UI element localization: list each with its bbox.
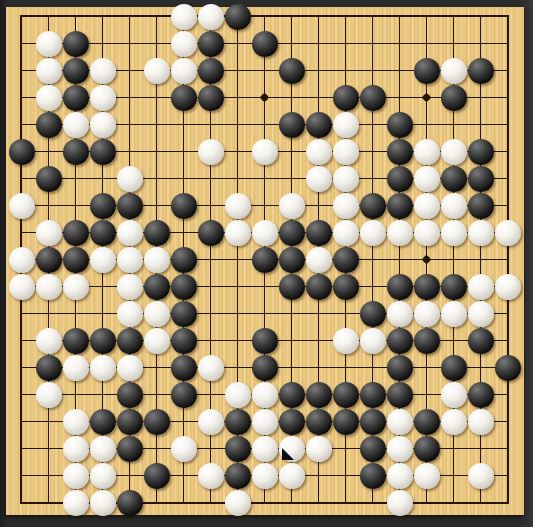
board-intersection-18-11[interactable]: [467, 273, 494, 300]
white-stone[interactable]: [198, 409, 224, 435]
black-stone[interactable]: [387, 274, 413, 300]
board-intersection-4-3[interactable]: [89, 57, 116, 84]
black-stone[interactable]: [171, 301, 197, 327]
white-stone[interactable]: [252, 220, 278, 246]
black-stone[interactable]: [36, 247, 62, 273]
board-intersection-2-12[interactable]: [35, 300, 62, 327]
board-intersection-2-18[interactable]: [35, 462, 62, 489]
board-intersection-3-2[interactable]: [62, 30, 89, 57]
white-stone[interactable]: [225, 220, 251, 246]
board-intersection-16-18[interactable]: [413, 462, 440, 489]
white-stone[interactable]: [468, 409, 494, 435]
board-intersection-16-11[interactable]: [413, 273, 440, 300]
board-intersection-1-10[interactable]: [8, 246, 35, 273]
black-stone[interactable]: [468, 166, 494, 192]
board-intersection-10-14[interactable]: [251, 354, 278, 381]
board-intersection-5-10[interactable]: [116, 246, 143, 273]
white-stone[interactable]: [36, 274, 62, 300]
board-intersection-14-6[interactable]: [359, 138, 386, 165]
black-stone[interactable]: [117, 436, 143, 462]
white-stone[interactable]: [333, 112, 359, 138]
black-stone[interactable]: [63, 139, 89, 165]
board-intersection-1-5[interactable]: [8, 111, 35, 138]
board-intersection-6-13[interactable]: [143, 327, 170, 354]
white-stone[interactable]: [36, 58, 62, 84]
board-intersection-18-4[interactable]: [467, 84, 494, 111]
board-intersection-11-16[interactable]: [278, 408, 305, 435]
white-stone[interactable]: [333, 220, 359, 246]
black-stone[interactable]: [414, 409, 440, 435]
white-stone[interactable]: [333, 328, 359, 354]
white-stone[interactable]: [360, 220, 386, 246]
board-intersection-14-18[interactable]: [359, 462, 386, 489]
white-stone[interactable]: [225, 193, 251, 219]
black-stone[interactable]: [198, 85, 224, 111]
board-intersection-5-11[interactable]: [116, 273, 143, 300]
white-stone[interactable]: [198, 463, 224, 489]
white-stone[interactable]: [171, 436, 197, 462]
board-intersection-10-1[interactable]: [251, 3, 278, 30]
board-intersection-10-6[interactable]: [251, 138, 278, 165]
board-intersection-3-3[interactable]: [62, 57, 89, 84]
board-intersection-7-11[interactable]: [170, 273, 197, 300]
black-stone[interactable]: [63, 31, 89, 57]
board-intersection-13-13[interactable]: [332, 327, 359, 354]
board-intersection-1-7[interactable]: [8, 165, 35, 192]
white-stone[interactable]: [90, 58, 116, 84]
board-intersection-6-14[interactable]: [143, 354, 170, 381]
black-stone[interactable]: [90, 139, 116, 165]
black-stone[interactable]: [441, 355, 467, 381]
board-intersection-5-18[interactable]: [116, 462, 143, 489]
white-stone[interactable]: [468, 301, 494, 327]
board-intersection-11-8[interactable]: [278, 192, 305, 219]
board-intersection-5-2[interactable]: [116, 30, 143, 57]
black-stone[interactable]: [441, 85, 467, 111]
board-intersection-5-17[interactable]: [116, 435, 143, 462]
board-intersection-16-17[interactable]: [413, 435, 440, 462]
black-stone[interactable]: [387, 112, 413, 138]
board-intersection-4-12[interactable]: [89, 300, 116, 327]
board-intersection-17-12[interactable]: [440, 300, 467, 327]
board-intersection-7-19[interactable]: [170, 489, 197, 516]
board-intersection-1-16[interactable]: [8, 408, 35, 435]
board-intersection-16-7[interactable]: [413, 165, 440, 192]
board-intersection-14-13[interactable]: [359, 327, 386, 354]
white-stone[interactable]: [90, 490, 116, 516]
white-stone[interactable]: [441, 220, 467, 246]
white-stone[interactable]: [63, 409, 89, 435]
board-intersection-17-8[interactable]: [440, 192, 467, 219]
black-stone[interactable]: [441, 166, 467, 192]
white-stone[interactable]: [63, 490, 89, 516]
black-stone[interactable]: [279, 58, 305, 84]
board-intersection-12-9[interactable]: [305, 219, 332, 246]
board-intersection-18-3[interactable]: [467, 57, 494, 84]
board-intersection-11-11[interactable]: [278, 273, 305, 300]
board-intersection-9-2[interactable]: [224, 30, 251, 57]
white-stone[interactable]: [441, 409, 467, 435]
board-intersection-4-1[interactable]: [89, 3, 116, 30]
board-intersection-1-11[interactable]: [8, 273, 35, 300]
black-stone[interactable]: [333, 85, 359, 111]
board-intersection-9-17[interactable]: [224, 435, 251, 462]
board-intersection-17-13[interactable]: [440, 327, 467, 354]
board-intersection-11-15[interactable]: [278, 381, 305, 408]
board-intersection-19-9[interactable]: [494, 219, 521, 246]
board-intersection-19-10[interactable]: [494, 246, 521, 273]
board-intersection-15-9[interactable]: [386, 219, 413, 246]
board-intersection-9-7[interactable]: [224, 165, 251, 192]
white-stone[interactable]: [387, 409, 413, 435]
white-stone[interactable]: [306, 139, 332, 165]
board-intersection-6-15[interactable]: [143, 381, 170, 408]
black-stone[interactable]: [387, 328, 413, 354]
white-stone[interactable]: [252, 139, 278, 165]
board-intersection-12-10[interactable]: [305, 246, 332, 273]
white-stone[interactable]: [333, 193, 359, 219]
board-intersection-1-3[interactable]: [8, 57, 35, 84]
board-intersection-8-11[interactable]: [197, 273, 224, 300]
board-intersection-5-19[interactable]: [116, 489, 143, 516]
board-intersection-19-14[interactable]: [494, 354, 521, 381]
board-intersection-6-18[interactable]: [143, 462, 170, 489]
black-stone[interactable]: [279, 382, 305, 408]
board-intersection-18-9[interactable]: [467, 219, 494, 246]
black-stone[interactable]: [333, 382, 359, 408]
board-intersection-2-15[interactable]: [35, 381, 62, 408]
board-intersection-19-18[interactable]: [494, 462, 521, 489]
white-stone[interactable]: [171, 31, 197, 57]
black-stone[interactable]: [306, 220, 332, 246]
board-intersection-16-5[interactable]: [413, 111, 440, 138]
board-intersection-7-1[interactable]: [170, 3, 197, 30]
white-stone[interactable]: [441, 301, 467, 327]
board-intersection-4-9[interactable]: [89, 219, 116, 246]
black-stone[interactable]: [117, 193, 143, 219]
board-intersection-14-14[interactable]: [359, 354, 386, 381]
white-stone[interactable]: [198, 4, 224, 30]
board-intersection-7-12[interactable]: [170, 300, 197, 327]
board-intersection-8-4[interactable]: [197, 84, 224, 111]
white-stone[interactable]: [63, 355, 89, 381]
white-stone[interactable]: [387, 220, 413, 246]
black-stone[interactable]: [387, 382, 413, 408]
black-stone[interactable]: [117, 382, 143, 408]
board-intersection-9-13[interactable]: [224, 327, 251, 354]
white-stone[interactable]: [468, 463, 494, 489]
white-stone[interactable]: [414, 463, 440, 489]
white-stone[interactable]: [252, 463, 278, 489]
white-stone[interactable]: [252, 382, 278, 408]
black-stone[interactable]: [117, 490, 143, 516]
board-intersection-3-17[interactable]: [62, 435, 89, 462]
white-stone[interactable]: [144, 58, 170, 84]
board-intersection-12-3[interactable]: [305, 57, 332, 84]
board-intersection-6-2[interactable]: [143, 30, 170, 57]
board-intersection-19-2[interactable]: [494, 30, 521, 57]
white-stone[interactable]: [90, 436, 116, 462]
board-intersection-19-15[interactable]: [494, 381, 521, 408]
board-intersection-14-8[interactable]: [359, 192, 386, 219]
white-stone[interactable]: [90, 463, 116, 489]
board-intersection-12-14[interactable]: [305, 354, 332, 381]
board-intersection-4-7[interactable]: [89, 165, 116, 192]
board-intersection-13-6[interactable]: [332, 138, 359, 165]
white-stone[interactable]: [333, 166, 359, 192]
board-intersection-17-16[interactable]: [440, 408, 467, 435]
board-intersection-3-19[interactable]: [62, 489, 89, 516]
board-intersection-13-2[interactable]: [332, 30, 359, 57]
board-intersection-19-7[interactable]: [494, 165, 521, 192]
black-stone[interactable]: [225, 4, 251, 30]
board-intersection-10-7[interactable]: [251, 165, 278, 192]
white-stone[interactable]: [117, 301, 143, 327]
board-intersection-3-12[interactable]: [62, 300, 89, 327]
board-intersection-13-1[interactable]: [332, 3, 359, 30]
board-intersection-15-4[interactable]: [386, 84, 413, 111]
board-intersection-14-15[interactable]: [359, 381, 386, 408]
black-stone[interactable]: [36, 355, 62, 381]
board-intersection-7-18[interactable]: [170, 462, 197, 489]
black-stone[interactable]: [171, 328, 197, 354]
black-stone[interactable]: [360, 409, 386, 435]
board-intersection-9-12[interactable]: [224, 300, 251, 327]
white-stone[interactable]: [387, 436, 413, 462]
black-stone[interactable]: [252, 31, 278, 57]
board-intersection-8-6[interactable]: [197, 138, 224, 165]
board-intersection-8-2[interactable]: [197, 30, 224, 57]
white-stone[interactable]: [198, 139, 224, 165]
board-intersection-9-5[interactable]: [224, 111, 251, 138]
board-intersection-19-1[interactable]: [494, 3, 521, 30]
white-stone[interactable]: [144, 328, 170, 354]
board-intersection-7-3[interactable]: [170, 57, 197, 84]
board-intersection-18-15[interactable]: [467, 381, 494, 408]
board-intersection-13-11[interactable]: [332, 273, 359, 300]
board-intersection-13-12[interactable]: [332, 300, 359, 327]
white-stone[interactable]: [63, 274, 89, 300]
board-intersection-6-7[interactable]: [143, 165, 170, 192]
board-intersection-16-19[interactable]: [413, 489, 440, 516]
black-stone[interactable]: [360, 301, 386, 327]
black-stone[interactable]: [414, 328, 440, 354]
board-intersection-18-10[interactable]: [467, 246, 494, 273]
board-intersection-2-7[interactable]: [35, 165, 62, 192]
white-stone[interactable]: [36, 220, 62, 246]
black-stone[interactable]: [360, 85, 386, 111]
white-stone[interactable]: [279, 193, 305, 219]
board-intersection-11-7[interactable]: [278, 165, 305, 192]
black-stone[interactable]: [360, 436, 386, 462]
board-intersection-18-7[interactable]: [467, 165, 494, 192]
board-intersection-19-17[interactable]: [494, 435, 521, 462]
board-intersection-6-8[interactable]: [143, 192, 170, 219]
board-intersection-15-5[interactable]: [386, 111, 413, 138]
black-stone[interactable]: [63, 220, 89, 246]
white-stone[interactable]: [333, 139, 359, 165]
board-intersection-6-10[interactable]: [143, 246, 170, 273]
black-stone[interactable]: [468, 382, 494, 408]
white-stone[interactable]: [36, 328, 62, 354]
board-intersection-8-1[interactable]: [197, 3, 224, 30]
board-intersection-19-6[interactable]: [494, 138, 521, 165]
board-intersection-5-6[interactable]: [116, 138, 143, 165]
white-stone[interactable]: [387, 301, 413, 327]
board-intersection-10-16[interactable]: [251, 408, 278, 435]
board-intersection-4-8[interactable]: [89, 192, 116, 219]
black-stone[interactable]: [117, 409, 143, 435]
board-intersection-7-15[interactable]: [170, 381, 197, 408]
white-stone[interactable]: [414, 193, 440, 219]
board-intersection-18-17[interactable]: [467, 435, 494, 462]
board-intersection-9-11[interactable]: [224, 273, 251, 300]
white-stone[interactable]: [225, 490, 251, 516]
board-intersection-1-8[interactable]: [8, 192, 35, 219]
board-intersection-9-19[interactable]: [224, 489, 251, 516]
board-intersection-8-17[interactable]: [197, 435, 224, 462]
board-intersection-1-19[interactable]: [8, 489, 35, 516]
board-intersection-18-8[interactable]: [467, 192, 494, 219]
board-intersection-12-1[interactable]: [305, 3, 332, 30]
board-intersection-4-10[interactable]: [89, 246, 116, 273]
board-intersection-2-11[interactable]: [35, 273, 62, 300]
board-intersection-1-18[interactable]: [8, 462, 35, 489]
black-stone[interactable]: [198, 58, 224, 84]
board-intersection-12-5[interactable]: [305, 111, 332, 138]
board-intersection-7-10[interactable]: [170, 246, 197, 273]
board-intersection-14-12[interactable]: [359, 300, 386, 327]
board-intersection-11-4[interactable]: [278, 84, 305, 111]
board-intersection-16-6[interactable]: [413, 138, 440, 165]
white-stone[interactable]: [306, 247, 332, 273]
board-intersection-18-12[interactable]: [467, 300, 494, 327]
white-stone[interactable]: [441, 382, 467, 408]
board-intersection-11-9[interactable]: [278, 219, 305, 246]
board-intersection-16-3[interactable]: [413, 57, 440, 84]
board-intersection-16-2[interactable]: [413, 30, 440, 57]
board-intersection-15-10[interactable]: [386, 246, 413, 273]
black-stone[interactable]: [36, 166, 62, 192]
board-intersection-5-14[interactable]: [116, 354, 143, 381]
black-stone[interactable]: [171, 355, 197, 381]
board-intersection-15-19[interactable]: [386, 489, 413, 516]
black-stone[interactable]: [252, 328, 278, 354]
board-intersection-5-13[interactable]: [116, 327, 143, 354]
board-intersection-11-18[interactable]: [278, 462, 305, 489]
black-stone[interactable]: [198, 31, 224, 57]
black-stone[interactable]: [414, 58, 440, 84]
black-stone[interactable]: [387, 166, 413, 192]
board-intersection-13-3[interactable]: [332, 57, 359, 84]
white-stone[interactable]: [198, 355, 224, 381]
board-intersection-14-2[interactable]: [359, 30, 386, 57]
board-intersection-17-4[interactable]: [440, 84, 467, 111]
black-stone[interactable]: [360, 193, 386, 219]
white-stone[interactable]: [63, 436, 89, 462]
board-intersection-15-14[interactable]: [386, 354, 413, 381]
board-intersection-10-3[interactable]: [251, 57, 278, 84]
board-intersection-9-16[interactable]: [224, 408, 251, 435]
board-intersection-4-17[interactable]: [89, 435, 116, 462]
board-intersection-16-15[interactable]: [413, 381, 440, 408]
board-intersection-9-14[interactable]: [224, 354, 251, 381]
board-intersection-9-1[interactable]: [224, 3, 251, 30]
black-stone[interactable]: [144, 274, 170, 300]
black-stone[interactable]: [306, 409, 332, 435]
board-intersection-2-2[interactable]: [35, 30, 62, 57]
board-intersection-13-5[interactable]: [332, 111, 359, 138]
board-intersection-13-9[interactable]: [332, 219, 359, 246]
board-intersection-5-8[interactable]: [116, 192, 143, 219]
board-intersection-16-1[interactable]: [413, 3, 440, 30]
board-intersection-3-10[interactable]: [62, 246, 89, 273]
black-stone[interactable]: [225, 436, 251, 462]
board-intersection-15-7[interactable]: [386, 165, 413, 192]
board-intersection-12-4[interactable]: [305, 84, 332, 111]
board-intersection-12-8[interactable]: [305, 192, 332, 219]
black-stone[interactable]: [468, 58, 494, 84]
white-stone[interactable]: [171, 4, 197, 30]
board-intersection-3-4[interactable]: [62, 84, 89, 111]
white-stone[interactable]: [144, 301, 170, 327]
black-stone[interactable]: [171, 247, 197, 273]
board-intersection-9-18[interactable]: [224, 462, 251, 489]
board-intersection-6-12[interactable]: [143, 300, 170, 327]
black-stone[interactable]: [279, 220, 305, 246]
board-intersection-3-18[interactable]: [62, 462, 89, 489]
board-intersection-15-11[interactable]: [386, 273, 413, 300]
board-intersection-11-10[interactable]: [278, 246, 305, 273]
board-intersection-9-8[interactable]: [224, 192, 251, 219]
board-intersection-7-17[interactable]: [170, 435, 197, 462]
black-stone[interactable]: [90, 193, 116, 219]
board-intersection-5-15[interactable]: [116, 381, 143, 408]
white-stone[interactable]: [144, 247, 170, 273]
board-intersection-19-11[interactable]: [494, 273, 521, 300]
board-intersection-6-4[interactable]: [143, 84, 170, 111]
board-intersection-2-19[interactable]: [35, 489, 62, 516]
board-intersection-10-19[interactable]: [251, 489, 278, 516]
board-intersection-8-13[interactable]: [197, 327, 224, 354]
board-intersection-2-6[interactable]: [35, 138, 62, 165]
white-stone[interactable]: [90, 355, 116, 381]
white-stone[interactable]: [117, 355, 143, 381]
board-intersection-15-13[interactable]: [386, 327, 413, 354]
board-intersection-3-9[interactable]: [62, 219, 89, 246]
board-intersection-8-10[interactable]: [197, 246, 224, 273]
white-stone[interactable]: [441, 193, 467, 219]
board-intersection-8-19[interactable]: [197, 489, 224, 516]
board-intersection-12-19[interactable]: [305, 489, 332, 516]
board-intersection-9-15[interactable]: [224, 381, 251, 408]
board-intersection-8-5[interactable]: [197, 111, 224, 138]
board-intersection-18-1[interactable]: [467, 3, 494, 30]
black-stone[interactable]: [225, 409, 251, 435]
board-intersection-17-6[interactable]: [440, 138, 467, 165]
board-intersection-7-9[interactable]: [170, 219, 197, 246]
board-intersection-8-3[interactable]: [197, 57, 224, 84]
board-intersection-10-12[interactable]: [251, 300, 278, 327]
board-intersection-10-18[interactable]: [251, 462, 278, 489]
board-intersection-7-8[interactable]: [170, 192, 197, 219]
board-intersection-1-12[interactable]: [8, 300, 35, 327]
board-intersection-19-13[interactable]: [494, 327, 521, 354]
black-stone[interactable]: [414, 274, 440, 300]
board-intersection-12-12[interactable]: [305, 300, 332, 327]
black-stone[interactable]: [306, 112, 332, 138]
white-stone[interactable]: [9, 274, 35, 300]
